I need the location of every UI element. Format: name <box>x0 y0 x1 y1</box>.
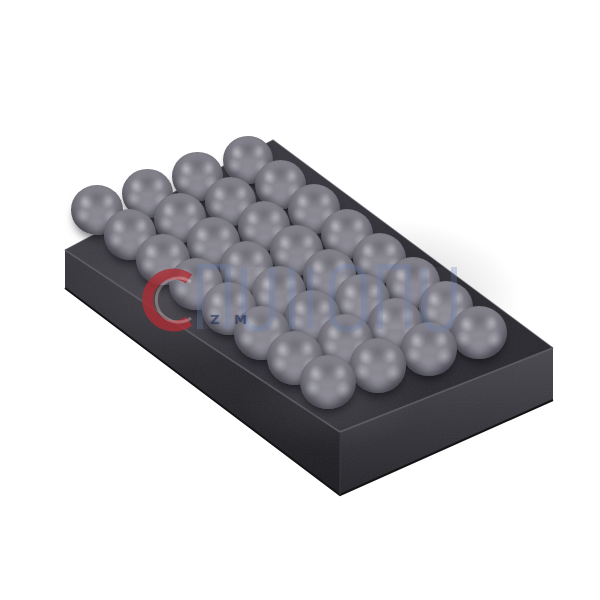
product-image: Z M <box>0 0 600 600</box>
solder-ball <box>350 338 406 392</box>
solder-ball-grid <box>0 0 600 600</box>
solder-ball <box>451 306 506 359</box>
solder-ball <box>401 322 457 376</box>
solder-ball <box>300 355 357 410</box>
